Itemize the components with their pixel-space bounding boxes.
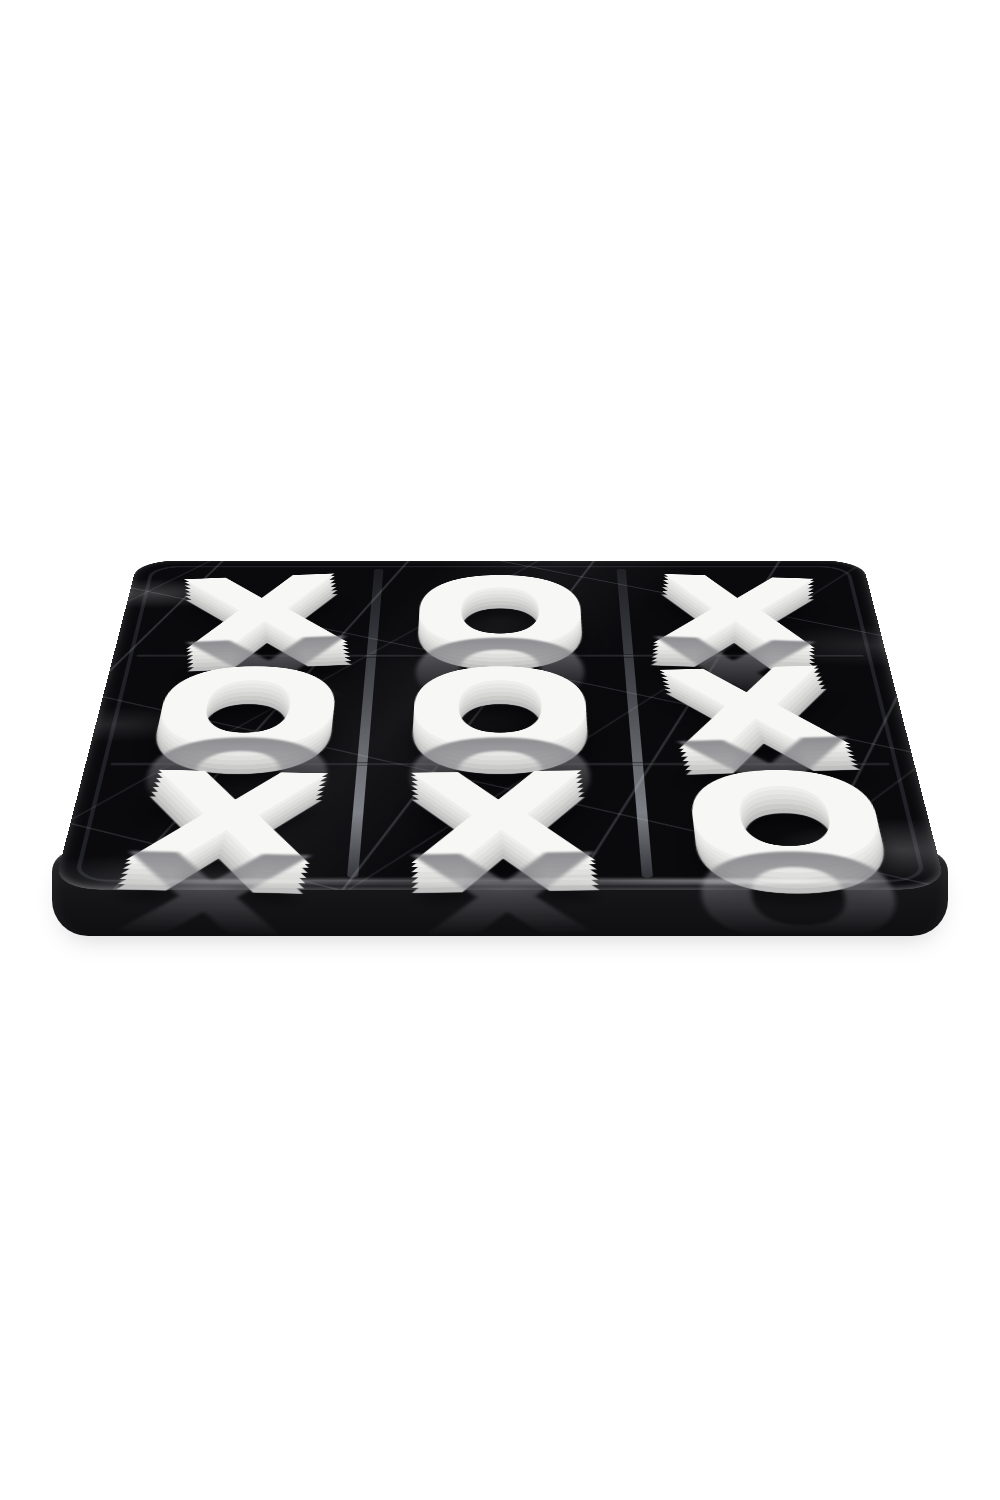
cell-r3c2: XX — [360, 761, 640, 879]
piece-x: XX — [663, 669, 845, 748]
piece-o-reflection: O — [683, 841, 920, 949]
product-photo: XXOOXXOOOOXXXXXXOO — [0, 0, 1000, 1500]
piece-x: XX — [414, 775, 590, 864]
cell-r2c3: XX — [622, 658, 891, 761]
piece-o: OO — [687, 776, 888, 862]
piece-x: XX — [187, 577, 343, 649]
board-grid: XXOOXXOOOOXXXXXXOO — [81, 568, 920, 879]
piece-o: OO — [411, 671, 590, 746]
cell-r1c1: XX — [134, 568, 385, 658]
cell-r2c1: OO — [109, 658, 378, 761]
cell-r3c1: XX — [81, 761, 370, 879]
tictactoe-board: XXOOXXOOOOXXXXXXOO — [53, 561, 946, 890]
piece-x: XX — [658, 577, 811, 648]
piece-x-reflection: X — [406, 839, 613, 950]
piece-o: OO — [416, 580, 583, 646]
cell-r1c3: XX — [615, 568, 866, 658]
piece-x: XX — [132, 774, 325, 864]
cell-r1c2: OO — [378, 568, 622, 658]
piece-x-reflection: X — [92, 839, 320, 952]
cell-r2c2: OO — [370, 658, 631, 761]
piece-o: OO — [152, 671, 339, 746]
cell-r3c3: OO — [630, 761, 919, 879]
